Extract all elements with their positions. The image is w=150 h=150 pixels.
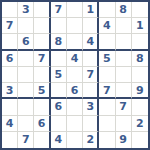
cell-r2c4-empty[interactable]	[51, 18, 67, 34]
cell-r3c7-empty[interactable]	[99, 34, 115, 50]
cell-r6c1-given[interactable]: 3	[2, 83, 18, 99]
cell-r8c8-empty[interactable]	[116, 116, 132, 132]
cell-r2c9-given[interactable]: 1	[132, 18, 148, 34]
cell-r9c5-empty[interactable]	[67, 132, 83, 148]
cell-r1c6-given[interactable]: 1	[83, 2, 99, 18]
cell-r4c2-empty[interactable]	[18, 51, 34, 67]
cell-r2c2-empty[interactable]	[18, 18, 34, 34]
cell-r8c2-empty[interactable]	[18, 116, 34, 132]
cell-r6c4-empty[interactable]	[51, 83, 67, 99]
cell-r7c8-given[interactable]: 7	[116, 99, 132, 115]
cell-r7c6-given[interactable]: 3	[83, 99, 99, 115]
cell-r4c9-given[interactable]: 8	[132, 51, 148, 67]
cell-r1c9-empty[interactable]	[132, 2, 148, 18]
cell-r7c5-empty[interactable]	[67, 99, 83, 115]
cell-r4c5-given[interactable]: 4	[67, 51, 83, 67]
cell-r5c6-given[interactable]: 7	[83, 67, 99, 83]
cell-r1c5-empty[interactable]	[67, 2, 83, 18]
cell-r2c7-given[interactable]: 4	[99, 18, 115, 34]
cell-r7c7-empty[interactable]	[99, 99, 115, 115]
cell-r3c1-empty[interactable]	[2, 34, 18, 50]
cell-r2c1-given[interactable]: 7	[2, 18, 18, 34]
cell-r9c6-given[interactable]: 2	[83, 132, 99, 148]
cell-r3c4-given[interactable]: 8	[51, 34, 67, 50]
cell-r6c8-empty[interactable]	[116, 83, 132, 99]
cell-r6c3-given[interactable]: 5	[34, 83, 50, 99]
cell-r1c8-given[interactable]: 8	[116, 2, 132, 18]
cell-r4c3-given[interactable]: 7	[34, 51, 50, 67]
cell-r5c8-empty[interactable]	[116, 67, 132, 83]
cell-r9c7-empty[interactable]	[99, 132, 115, 148]
cell-r8c6-empty[interactable]	[83, 116, 99, 132]
cell-r1c7-empty[interactable]	[99, 2, 115, 18]
cell-r6c6-empty[interactable]	[83, 83, 99, 99]
cell-r4c1-given[interactable]: 6	[2, 51, 18, 67]
cell-r2c3-empty[interactable]	[34, 18, 50, 34]
cell-r8c4-empty[interactable]	[51, 116, 67, 132]
cell-r8c7-empty[interactable]	[99, 116, 115, 132]
cell-r9c9-empty[interactable]	[132, 132, 148, 148]
cell-r8c1-given[interactable]: 4	[2, 116, 18, 132]
cell-r5c1-empty[interactable]	[2, 67, 18, 83]
cell-r5c3-empty[interactable]	[34, 67, 50, 83]
cell-r1c2-given[interactable]: 3	[18, 2, 34, 18]
cell-r5c5-empty[interactable]	[67, 67, 83, 83]
cell-r8c3-given[interactable]: 6	[34, 116, 50, 132]
cell-r7c1-empty[interactable]	[2, 99, 18, 115]
cell-r3c9-empty[interactable]	[132, 34, 148, 50]
cell-r6c9-given[interactable]: 9	[132, 83, 148, 99]
cell-r6c5-given[interactable]: 6	[67, 83, 83, 99]
cell-r5c2-empty[interactable]	[18, 67, 34, 83]
cell-r3c5-empty[interactable]	[67, 34, 83, 50]
cell-r4c4-empty[interactable]	[51, 51, 67, 67]
cell-r9c8-given[interactable]: 9	[116, 132, 132, 148]
cell-r8c9-given[interactable]: 2	[132, 116, 148, 132]
cell-r7c4-given[interactable]: 6	[51, 99, 67, 115]
cell-r9c1-empty[interactable]	[2, 132, 18, 148]
cell-r8c5-empty[interactable]	[67, 116, 83, 132]
cell-r1c3-empty[interactable]	[34, 2, 50, 18]
cell-r9c2-given[interactable]: 7	[18, 132, 34, 148]
cell-r2c5-empty[interactable]	[67, 18, 83, 34]
cell-r1c1-empty[interactable]	[2, 2, 18, 18]
cell-r7c2-empty[interactable]	[18, 99, 34, 115]
cell-r4c6-empty[interactable]	[83, 51, 99, 67]
cell-r5c7-empty[interactable]	[99, 67, 115, 83]
cell-r3c8-empty[interactable]	[116, 34, 132, 50]
sudoku-board: 37187416846745857356796374627429	[0, 0, 150, 150]
cell-r2c8-empty[interactable]	[116, 18, 132, 34]
cell-r4c7-given[interactable]: 5	[99, 51, 115, 67]
cell-r1c4-given[interactable]: 7	[51, 2, 67, 18]
cell-r3c3-empty[interactable]	[34, 34, 50, 50]
cell-r4c8-empty[interactable]	[116, 51, 132, 67]
cell-r6c7-given[interactable]: 7	[99, 83, 115, 99]
cell-r3c6-given[interactable]: 4	[83, 34, 99, 50]
cell-r7c3-empty[interactable]	[34, 99, 50, 115]
cell-r2c6-empty[interactable]	[83, 18, 99, 34]
cell-r9c3-empty[interactable]	[34, 132, 50, 148]
cell-r6c2-empty[interactable]	[18, 83, 34, 99]
cell-r5c9-empty[interactable]	[132, 67, 148, 83]
cell-r9c4-given[interactable]: 4	[51, 132, 67, 148]
cell-r3c2-given[interactable]: 6	[18, 34, 34, 50]
cell-r5c4-given[interactable]: 5	[51, 67, 67, 83]
cell-r7c9-empty[interactable]	[132, 99, 148, 115]
